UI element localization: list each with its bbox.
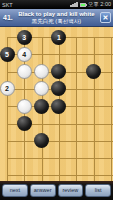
status-bar: SKT 오후 2:00 xyxy=(0,0,113,9)
board-grid-line xyxy=(111,37,112,181)
next-button[interactable]: next xyxy=(2,184,28,197)
problem-title-en: Black to play and kill white xyxy=(13,11,100,18)
signal-strength-icon xyxy=(70,2,78,7)
board-grid-line xyxy=(76,37,77,181)
problem-number: 41. xyxy=(3,14,13,21)
white-stone[interactable] xyxy=(34,64,49,79)
battery-icon xyxy=(80,3,86,7)
white-stone[interactable] xyxy=(17,64,32,79)
list-button[interactable]: list xyxy=(85,184,111,197)
go-board[interactable]: 31542 xyxy=(0,27,113,181)
white-stone[interactable] xyxy=(34,81,49,96)
black-stone-move-3[interactable]: 3 xyxy=(17,30,32,45)
review-button[interactable]: review xyxy=(58,184,84,197)
problem-title-cjk: 黑先白死 (흑선백사) xyxy=(13,18,100,24)
black-stone[interactable] xyxy=(51,99,66,114)
black-stone-move-1[interactable]: 1 xyxy=(51,30,66,45)
bottom-toolbar: next answer review list xyxy=(0,181,113,200)
white-stone-move-2[interactable]: 2 xyxy=(0,81,15,96)
clock-label: 오후 2:00 xyxy=(88,1,111,8)
white-stone-move-4[interactable]: 4 xyxy=(17,47,32,62)
board-grid-line xyxy=(7,141,113,142)
board-grid-line xyxy=(94,37,95,181)
answer-button[interactable]: answer xyxy=(30,184,56,197)
board-grid-line xyxy=(7,175,113,176)
board-grid-line xyxy=(7,158,113,159)
black-stone[interactable] xyxy=(51,81,66,96)
app-screen: SKT 오후 2:00 41. Black to play and kill w… xyxy=(0,0,113,200)
black-stone[interactable] xyxy=(34,99,49,114)
problem-header: 41. Black to play and kill white 黑先白死 (흑… xyxy=(0,9,113,27)
black-stone[interactable] xyxy=(17,116,32,131)
black-stone[interactable] xyxy=(51,64,66,79)
white-stone[interactable] xyxy=(17,99,32,114)
close-icon[interactable]: ✕ xyxy=(100,12,111,23)
problem-title: Black to play and kill white 黑先白死 (흑선백사) xyxy=(13,11,100,24)
black-stone[interactable] xyxy=(34,133,49,148)
black-stone[interactable] xyxy=(86,64,101,79)
carrier-label: SKT xyxy=(2,2,13,8)
black-stone-move-5[interactable]: 5 xyxy=(0,47,15,62)
